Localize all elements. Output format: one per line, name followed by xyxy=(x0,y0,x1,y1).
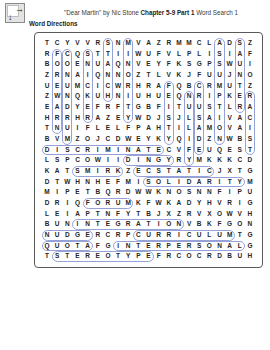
grid-cell[interactable]: F xyxy=(164,81,174,92)
grid-cell[interactable]: Z xyxy=(204,134,214,145)
grid-cell[interactable]: H xyxy=(42,113,52,124)
grid-cell[interactable]: L xyxy=(184,123,194,134)
grid-cell[interactable]: O xyxy=(93,198,103,209)
grid-cell[interactable]: O xyxy=(52,59,62,70)
grid-cell[interactable]: S xyxy=(72,166,82,177)
grid-cell[interactable]: W xyxy=(52,91,62,102)
grid-cell[interactable]: R xyxy=(164,230,174,241)
grid-cell[interactable]: E xyxy=(93,251,103,262)
grid-cell[interactable]: T xyxy=(52,177,62,188)
grid-cell[interactable]: G xyxy=(245,198,255,209)
grid-cell[interactable]: U xyxy=(133,91,143,102)
grid-cell[interactable]: J xyxy=(184,70,194,81)
grid-cell[interactable]: F xyxy=(83,198,93,209)
grid-cell[interactable]: S xyxy=(52,251,62,262)
grid-cell[interactable]: I xyxy=(225,187,235,198)
grid-cell[interactable]: R xyxy=(184,209,194,220)
grid-cell[interactable]: P xyxy=(62,187,72,198)
grid-cell[interactable]: O xyxy=(62,59,72,70)
grid-cell[interactable]: A xyxy=(204,113,214,124)
grid-cell[interactable]: T xyxy=(42,38,52,49)
grid-cell[interactable]: T xyxy=(113,251,123,262)
grid-cell[interactable]: T xyxy=(103,49,113,60)
grid-cell[interactable]: V xyxy=(184,219,194,230)
grid-cell[interactable]: N xyxy=(174,219,184,230)
grid-cell[interactable]: K xyxy=(225,155,235,166)
grid-cell[interactable]: I xyxy=(72,123,82,134)
grid-cell[interactable]: R xyxy=(235,102,245,113)
grid-cell[interactable]: O xyxy=(83,134,93,145)
grid-cell[interactable]: N xyxy=(123,241,133,252)
grid-cell[interactable]: E xyxy=(103,219,113,230)
grid-cell[interactable]: K xyxy=(42,166,52,177)
grid-cell[interactable]: R xyxy=(103,166,113,177)
grid-cell[interactable]: N xyxy=(83,219,93,230)
grid-cell[interactable]: L xyxy=(184,113,194,124)
grid-cell[interactable]: I xyxy=(204,91,214,102)
grid-cell[interactable]: A xyxy=(235,49,245,60)
grid-cell[interactable]: N xyxy=(62,219,72,230)
grid-cell[interactable]: K xyxy=(154,134,164,145)
grid-cell[interactable]: T xyxy=(93,209,103,220)
grid-cell[interactable]: C xyxy=(72,155,82,166)
grid-cell[interactable]: W xyxy=(62,177,72,188)
grid-cell[interactable]: L xyxy=(204,230,214,241)
grid-cell[interactable]: N xyxy=(62,91,72,102)
grid-cell[interactable]: Z xyxy=(42,70,52,81)
grid-cell[interactable]: N xyxy=(113,91,123,102)
grid-cell[interactable]: S xyxy=(62,145,72,156)
grid-cell[interactable]: D xyxy=(214,251,224,262)
grid-cell[interactable]: R xyxy=(113,230,123,241)
grid-cell[interactable]: M xyxy=(72,81,82,92)
grid-cell[interactable]: A xyxy=(235,113,245,124)
grid-cell[interactable]: V xyxy=(72,38,82,49)
grid-cell[interactable]: M xyxy=(123,38,133,49)
grid-cell[interactable]: A xyxy=(235,123,245,134)
grid-cell[interactable]: U xyxy=(62,123,72,134)
grid-cell[interactable]: O xyxy=(204,241,214,252)
grid-cell[interactable]: U xyxy=(143,49,153,60)
grid-cell[interactable]: K xyxy=(154,187,164,198)
grid-cell[interactable]: P xyxy=(184,49,194,60)
grid-cell[interactable]: F xyxy=(52,49,62,60)
grid-cell[interactable]: A xyxy=(245,102,255,113)
grid-cell[interactable]: T xyxy=(93,219,103,230)
grid-cell[interactable]: M xyxy=(174,38,184,49)
grid-cell[interactable]: R xyxy=(164,38,174,49)
grid-cell[interactable]: I xyxy=(113,241,123,252)
grid-cell[interactable]: I xyxy=(245,123,255,134)
grid-cell[interactable]: Y xyxy=(72,102,82,113)
grid-cell[interactable]: Q xyxy=(103,187,113,198)
grid-cell[interactable]: V xyxy=(164,70,174,81)
grid-cell[interactable]: S xyxy=(245,134,255,145)
grid-cell[interactable]: K xyxy=(174,70,184,81)
grid-cell[interactable]: Y xyxy=(143,134,153,145)
grid-cell[interactable]: V xyxy=(133,38,143,49)
grid-cell[interactable]: M xyxy=(184,38,194,49)
grid-cell[interactable]: Q xyxy=(174,81,184,92)
grid-cell[interactable]: Q xyxy=(72,91,82,102)
grid-cell[interactable]: B xyxy=(143,102,153,113)
grid-cell[interactable]: R xyxy=(184,241,194,252)
grid-cell[interactable]: S xyxy=(143,177,153,188)
grid-cell[interactable]: R xyxy=(204,81,214,92)
grid-cell[interactable]: T xyxy=(93,49,103,60)
grid-cell[interactable]: U xyxy=(42,81,52,92)
grid-cell[interactable]: I xyxy=(235,198,245,209)
grid-cell[interactable]: I xyxy=(164,102,174,113)
grid-cell[interactable]: Y xyxy=(123,251,133,262)
grid-cell[interactable]: N xyxy=(204,187,214,198)
grid-cell[interactable]: S xyxy=(204,102,214,113)
grid-cell[interactable]: U xyxy=(235,59,245,70)
grid-cell[interactable]: Y xyxy=(62,38,72,49)
grid-cell[interactable]: U xyxy=(194,102,204,113)
grid-cell[interactable]: P xyxy=(62,155,72,166)
grid-cell[interactable]: A xyxy=(154,81,164,92)
grid-cell[interactable]: N xyxy=(143,155,153,166)
grid-cell[interactable]: E xyxy=(164,91,174,102)
grid-cell[interactable]: H xyxy=(72,177,82,188)
grid-cell[interactable]: F xyxy=(154,102,164,113)
grid-cell[interactable]: L xyxy=(174,49,184,60)
grid-cell[interactable]: N xyxy=(113,38,123,49)
grid-cell[interactable]: J xyxy=(93,134,103,145)
grid-cell[interactable]: O xyxy=(184,251,194,262)
grid-cell[interactable]: T xyxy=(42,123,52,134)
grid-cell[interactable]: S xyxy=(83,49,93,60)
grid-cell[interactable]: D xyxy=(62,102,72,113)
grid-cell[interactable]: N xyxy=(83,59,93,70)
grid-cell[interactable]: N xyxy=(103,70,113,81)
grid-cell[interactable]: A xyxy=(93,113,103,124)
grid-cell[interactable]: T xyxy=(164,166,174,177)
grid-cell[interactable]: Y xyxy=(194,198,204,209)
grid-cell[interactable]: C xyxy=(103,81,113,92)
grid-cell[interactable]: U xyxy=(214,70,224,81)
grid-cell[interactable]: W xyxy=(225,209,235,220)
grid-cell[interactable]: X xyxy=(164,209,174,220)
grid-cell[interactable]: T xyxy=(214,102,224,113)
grid-cell[interactable]: X xyxy=(225,166,235,177)
grid-cell[interactable]: M xyxy=(123,198,133,209)
grid-cell[interactable]: M xyxy=(103,145,113,156)
grid-cell[interactable]: E xyxy=(52,81,62,92)
grid-cell[interactable]: X xyxy=(204,209,214,220)
grid-cell[interactable]: O xyxy=(154,177,164,188)
grid-cell[interactable]: F xyxy=(93,241,103,252)
grid-cell[interactable]: U xyxy=(235,251,245,262)
grid-cell[interactable]: W xyxy=(133,187,143,198)
grid-cell[interactable]: Y xyxy=(235,177,245,188)
grid-cell[interactable]: U xyxy=(93,59,103,70)
grid-cell[interactable]: I xyxy=(83,70,93,81)
grid-cell[interactable]: W xyxy=(113,81,123,92)
grid-cell[interactable]: T xyxy=(184,166,194,177)
grid-cell[interactable]: W xyxy=(225,134,235,145)
grid-cell[interactable]: C xyxy=(194,251,204,262)
grid-cell[interactable]: T xyxy=(83,187,93,198)
grid-cell[interactable]: U xyxy=(245,187,255,198)
grid-cell[interactable]: A xyxy=(143,123,153,134)
grid-cell[interactable]: I xyxy=(113,145,123,156)
grid-cell[interactable]: J xyxy=(214,166,224,177)
grid-cell[interactable]: E xyxy=(235,91,245,102)
grid-cell[interactable]: E xyxy=(103,177,113,188)
grid-cell[interactable]: R xyxy=(83,251,93,262)
grid-cell[interactable]: S xyxy=(184,187,194,198)
grid-cell[interactable]: H xyxy=(133,81,143,92)
grid-cell[interactable]: I xyxy=(72,219,82,230)
grid-cell[interactable]: C xyxy=(143,166,153,177)
grid-cell[interactable]: F xyxy=(245,49,255,60)
grid-cell[interactable]: U xyxy=(214,230,224,241)
grid-cell[interactable]: S xyxy=(164,113,174,124)
grid-cell[interactable]: Z xyxy=(154,38,164,49)
grid-cell[interactable]: C xyxy=(204,166,214,177)
grid-cell[interactable]: G xyxy=(245,230,255,241)
grid-cell[interactable]: R xyxy=(204,177,214,188)
grid-cell[interactable]: Q xyxy=(113,59,123,70)
grid-cell[interactable]: P xyxy=(133,123,143,134)
grid-cell[interactable]: A xyxy=(133,219,143,230)
grid-cell[interactable]: U xyxy=(194,230,204,241)
grid-cell[interactable]: V xyxy=(164,49,174,60)
grid-cell[interactable]: T xyxy=(164,123,174,134)
grid-cell[interactable]: J xyxy=(174,113,184,124)
grid-cell[interactable]: G xyxy=(113,219,123,230)
grid-cell[interactable]: E xyxy=(194,145,204,156)
grid-cell[interactable]: E xyxy=(72,251,82,262)
grid-cell[interactable]: W xyxy=(93,155,103,166)
grid-cell[interactable]: S xyxy=(194,241,204,252)
grid-cell[interactable]: O xyxy=(103,251,113,262)
grid-cell[interactable]: D xyxy=(123,187,133,198)
grid-cell[interactable]: J xyxy=(154,113,164,124)
grid-cell[interactable]: F xyxy=(214,187,224,198)
grid-cell[interactable]: D xyxy=(62,230,72,241)
grid-cell[interactable]: E xyxy=(83,102,93,113)
grid-cell[interactable]: U xyxy=(204,70,214,81)
grid-cell[interactable]: S xyxy=(194,113,204,124)
grid-cell[interactable]: F xyxy=(123,123,133,134)
grid-cell[interactable]: R xyxy=(123,219,133,230)
grid-cell[interactable]: Z xyxy=(245,38,255,49)
grid-cell[interactable]: Y xyxy=(123,209,133,220)
grid-cell[interactable]: L xyxy=(42,155,52,166)
grid-cell[interactable]: R xyxy=(62,113,72,124)
grid-cell[interactable]: T xyxy=(62,166,72,177)
grid-cell[interactable]: K xyxy=(164,198,174,209)
grid-cell[interactable]: D xyxy=(42,198,52,209)
grid-cell[interactable]: T xyxy=(245,145,255,156)
grid-cell[interactable]: R xyxy=(154,230,164,241)
grid-cell[interactable]: A xyxy=(143,38,153,49)
grid-cell[interactable]: M xyxy=(123,177,133,188)
grid-cell[interactable]: N xyxy=(164,187,174,198)
grid-cell[interactable]: B xyxy=(93,187,103,198)
grid-cell[interactable]: M xyxy=(62,134,72,145)
grid-cell[interactable]: D xyxy=(245,155,255,166)
grid-cell[interactable]: N xyxy=(123,59,133,70)
grid-cell[interactable]: P xyxy=(164,241,174,252)
grid-cell[interactable]: D xyxy=(42,145,52,156)
grid-cell[interactable]: D xyxy=(184,198,194,209)
grid-cell[interactable]: L xyxy=(225,102,235,113)
grid-cell[interactable]: W xyxy=(225,59,235,70)
grid-cell[interactable]: S xyxy=(103,38,113,49)
grid-cell[interactable]: L xyxy=(42,209,52,220)
grid-cell[interactable]: C xyxy=(164,145,174,156)
grid-cell[interactable]: S xyxy=(235,38,245,49)
grid-cell[interactable]: L xyxy=(235,241,245,252)
grid-cell[interactable]: A xyxy=(83,241,93,252)
grid-cell[interactable]: Z xyxy=(133,70,143,81)
grid-cell[interactable]: W xyxy=(133,113,143,124)
grid-cell[interactable]: F xyxy=(184,145,194,156)
grid-cell[interactable]: U xyxy=(204,145,214,156)
grid-cell[interactable]: H xyxy=(143,91,153,102)
grid-cell[interactable]: R xyxy=(93,38,103,49)
grid-cell[interactable]: I xyxy=(194,166,204,177)
grid-cell[interactable]: J xyxy=(225,70,235,81)
grid-cell[interactable]: F xyxy=(113,102,123,113)
grid-cell[interactable]: I xyxy=(103,155,113,166)
grid-cell[interactable]: R xyxy=(245,91,255,102)
grid-cell[interactable]: V xyxy=(194,209,204,220)
grid-cell[interactable]: I xyxy=(123,49,133,60)
grid-cell[interactable]: Q xyxy=(174,134,184,145)
grid-cell[interactable]: Z xyxy=(103,113,113,124)
grid-cell[interactable]: V xyxy=(214,198,224,209)
grid-cell[interactable]: B xyxy=(184,81,194,92)
grid-cell[interactable]: V xyxy=(225,123,235,134)
grid-cell[interactable]: I xyxy=(52,145,62,156)
grid-cell[interactable]: E xyxy=(83,230,93,241)
grid-cell[interactable]: B xyxy=(235,134,245,145)
grid-cell[interactable]: O xyxy=(214,209,224,220)
grid-cell[interactable]: I xyxy=(204,49,214,60)
grid-cell[interactable]: Y xyxy=(164,155,174,166)
grid-cell[interactable]: G xyxy=(194,59,204,70)
grid-cell[interactable]: S xyxy=(184,59,194,70)
grid-cell[interactable]: E xyxy=(133,166,143,177)
grid-cell[interactable]: H xyxy=(72,113,82,124)
grid-cell[interactable]: C xyxy=(72,145,82,156)
grid-cell[interactable]: E xyxy=(143,251,153,262)
grid-cell[interactable]: J xyxy=(154,209,164,220)
grid-cell[interactable]: N xyxy=(123,145,133,156)
grid-cell[interactable]: O xyxy=(245,70,255,81)
grid-cell[interactable]: I xyxy=(52,187,62,198)
grid-cell[interactable]: T xyxy=(133,209,143,220)
grid-cell[interactable]: G xyxy=(245,166,255,177)
grid-cell[interactable]: K xyxy=(204,219,214,230)
grid-cell[interactable]: O xyxy=(214,123,224,134)
grid-cell[interactable]: U xyxy=(52,241,62,252)
grid-cell[interactable]: W xyxy=(154,198,164,209)
grid-cell[interactable]: P xyxy=(133,251,143,262)
grid-cell[interactable]: T xyxy=(133,241,143,252)
grid-cell[interactable]: E xyxy=(154,145,164,156)
grid-cell[interactable]: T xyxy=(72,241,82,252)
grid-cell[interactable]: V xyxy=(52,134,62,145)
grid-cell[interactable]: Q xyxy=(214,145,224,156)
grid-cell[interactable]: E xyxy=(42,102,52,113)
grid-cell[interactable]: L xyxy=(164,177,174,188)
grid-cell[interactable]: C xyxy=(52,38,62,49)
grid-cell[interactable]: S xyxy=(214,59,224,70)
grid-cell[interactable]: T xyxy=(235,81,245,92)
grid-cell[interactable]: W xyxy=(123,134,133,145)
grid-cell[interactable]: R xyxy=(103,102,113,113)
grid-cell[interactable]: F xyxy=(154,251,164,262)
grid-cell[interactable]: D xyxy=(194,134,204,145)
grid-cell[interactable]: D xyxy=(143,113,153,124)
grid-cell[interactable]: R xyxy=(143,81,153,92)
grid-cell[interactable]: P xyxy=(83,209,93,220)
grid-cell[interactable]: C xyxy=(184,230,194,241)
grid-cell[interactable]: N xyxy=(184,91,194,102)
grid-cell[interactable]: K xyxy=(133,198,143,209)
grid-cell[interactable]: C xyxy=(245,113,255,124)
grid-cell[interactable]: K xyxy=(214,155,224,166)
grid-cell[interactable]: G xyxy=(154,155,164,166)
grid-cell[interactable]: U xyxy=(52,219,62,230)
grid-cell[interactable]: I xyxy=(174,177,184,188)
grid-cell[interactable]: H xyxy=(103,91,113,102)
grid-cell[interactable]: A xyxy=(214,38,224,49)
grid-cell[interactable]: T xyxy=(143,70,153,81)
grid-cell[interactable]: E xyxy=(174,241,184,252)
grid-cell[interactable]: A xyxy=(174,198,184,209)
grid-cell[interactable]: C xyxy=(103,134,113,145)
grid-cell[interactable]: R xyxy=(42,49,52,60)
grid-cell[interactable]: Y xyxy=(123,113,133,124)
grid-cell[interactable]: U xyxy=(62,81,72,92)
grid-cell[interactable]: S xyxy=(52,155,62,166)
grid-cell[interactable]: R xyxy=(204,251,214,262)
grid-cell[interactable]: T xyxy=(174,102,184,113)
grid-cell[interactable]: A xyxy=(52,166,62,177)
grid-cell[interactable]: N xyxy=(62,70,72,81)
grid-cell[interactable]: U xyxy=(143,230,153,241)
grid-cell[interactable]: T xyxy=(143,219,153,230)
grid-cell[interactable]: G xyxy=(133,102,143,113)
grid-cell[interactable]: T xyxy=(62,251,72,262)
grid-cell[interactable]: B xyxy=(42,134,52,145)
grid-cell[interactable]: I xyxy=(225,49,235,60)
grid-cell[interactable]: U xyxy=(154,91,164,102)
grid-cell[interactable]: F xyxy=(83,123,93,134)
grid-cell[interactable]: A xyxy=(194,177,204,188)
grid-cell[interactable]: B xyxy=(42,59,52,70)
grid-cell[interactable]: F xyxy=(113,177,123,188)
grid-cell[interactable]: R xyxy=(194,91,204,102)
grid-cell[interactable]: W xyxy=(133,49,143,60)
grid-cell[interactable]: S xyxy=(154,166,164,177)
grid-cell[interactable]: C xyxy=(103,230,113,241)
grid-cell[interactable]: R xyxy=(174,155,184,166)
grid-cell[interactable]: O xyxy=(123,70,133,81)
grid-cell[interactable]: F xyxy=(164,59,174,70)
grid-cell[interactable]: P xyxy=(214,91,224,102)
grid-cell[interactable]: A xyxy=(52,102,62,113)
grid-cell[interactable]: V xyxy=(133,59,143,70)
grid-cell[interactable]: H xyxy=(154,123,164,134)
